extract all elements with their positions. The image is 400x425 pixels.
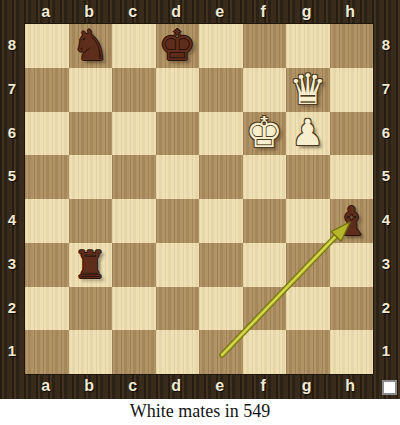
file-label-c: c [111, 376, 155, 395]
square-f7[interactable] [243, 68, 287, 112]
square-f2[interactable] [243, 287, 287, 331]
square-h1[interactable] [330, 330, 374, 374]
square-h8[interactable] [330, 24, 374, 68]
square-b6[interactable] [69, 112, 113, 156]
square-f3[interactable] [243, 243, 287, 287]
square-a3[interactable] [25, 243, 69, 287]
square-c7[interactable] [112, 68, 156, 112]
rank-label-6: 6 [2, 111, 22, 155]
rank-label-6: 6 [376, 111, 396, 155]
file-label-a: a [24, 376, 68, 395]
piece-black-knight[interactable]: ♞ [71, 25, 109, 67]
rank-label-7: 7 [376, 67, 396, 111]
rank-label-1: 1 [2, 329, 22, 373]
square-g5[interactable] [286, 155, 330, 199]
square-h6[interactable] [330, 112, 374, 156]
square-f4[interactable] [243, 199, 287, 243]
square-c4[interactable] [112, 199, 156, 243]
file-label-c: c [111, 2, 155, 21]
file-label-h: h [329, 2, 373, 21]
square-e8[interactable] [199, 24, 243, 68]
rank-label-4: 4 [2, 198, 22, 242]
square-c6[interactable] [112, 112, 156, 156]
square-d8[interactable]: ♚ [156, 24, 200, 68]
file-label-g: g [285, 2, 329, 21]
file-label-a: a [24, 2, 68, 21]
file-labels-bottom: abcdefgh [24, 376, 372, 395]
square-d5[interactable] [156, 155, 200, 199]
piece-white-queen[interactable]: ♛ [289, 69, 327, 111]
file-label-g: g [285, 376, 329, 395]
square-g3[interactable] [286, 243, 330, 287]
square-g2[interactable] [286, 287, 330, 331]
square-b4[interactable] [69, 199, 113, 243]
square-h3[interactable] [330, 243, 374, 287]
square-e1[interactable] [199, 330, 243, 374]
rank-label-7: 7 [2, 67, 22, 111]
square-b1[interactable] [69, 330, 113, 374]
rank-label-5: 5 [376, 154, 396, 198]
square-h4[interactable]: ♝ [330, 199, 374, 243]
rank-label-3: 3 [2, 242, 22, 286]
square-d4[interactable] [156, 199, 200, 243]
file-label-d: d [155, 2, 199, 21]
rank-label-2: 2 [2, 286, 22, 330]
file-label-h: h [329, 376, 373, 395]
file-label-b: b [68, 2, 112, 21]
square-d2[interactable] [156, 287, 200, 331]
file-label-e: e [198, 376, 242, 395]
square-d6[interactable] [156, 112, 200, 156]
squares: ♞♚♛♚♟♝♜ [24, 23, 374, 375]
square-e6[interactable] [199, 112, 243, 156]
square-g6[interactable]: ♟ [286, 112, 330, 156]
square-c2[interactable] [112, 287, 156, 331]
rank-labels-right: 87654321 [376, 23, 396, 373]
square-a6[interactable] [25, 112, 69, 156]
square-a4[interactable] [25, 199, 69, 243]
square-d1[interactable] [156, 330, 200, 374]
square-c5[interactable] [112, 155, 156, 199]
square-d3[interactable] [156, 243, 200, 287]
square-c1[interactable] [112, 330, 156, 374]
square-a5[interactable] [25, 155, 69, 199]
square-e7[interactable] [199, 68, 243, 112]
square-h5[interactable] [330, 155, 374, 199]
rank-label-1: 1 [376, 329, 396, 373]
rank-label-4: 4 [376, 198, 396, 242]
square-b5[interactable] [69, 155, 113, 199]
square-a2[interactable] [25, 287, 69, 331]
square-f8[interactable] [243, 24, 287, 68]
file-labels-top: abcdefgh [24, 2, 372, 21]
square-c3[interactable] [112, 243, 156, 287]
file-label-f: f [242, 376, 286, 395]
square-e2[interactable] [199, 287, 243, 331]
square-f6[interactable]: ♚ [243, 112, 287, 156]
square-e3[interactable] [199, 243, 243, 287]
rank-label-3: 3 [376, 242, 396, 286]
square-a7[interactable] [25, 68, 69, 112]
chess-board: abcdefgh abcdefgh 87654321 87654321 ♞♚♛♚… [0, 0, 400, 399]
square-a1[interactable] [25, 330, 69, 374]
file-label-e: e [198, 2, 242, 21]
piece-black-rook[interactable]: ♜ [73, 246, 107, 284]
piece-black-bishop[interactable]: ♝ [333, 201, 369, 241]
file-label-f: f [242, 2, 286, 21]
square-d7[interactable] [156, 68, 200, 112]
square-b2[interactable] [69, 287, 113, 331]
square-g1[interactable] [286, 330, 330, 374]
square-f1[interactable] [243, 330, 287, 374]
square-b8[interactable]: ♞ [69, 24, 113, 68]
rank-labels-left: 87654321 [2, 23, 22, 373]
rank-label-5: 5 [2, 154, 22, 198]
file-label-b: b [68, 376, 112, 395]
square-c8[interactable] [112, 24, 156, 68]
piece-white-pawn[interactable]: ♟ [292, 115, 324, 151]
file-label-d: d [155, 376, 199, 395]
square-h7[interactable] [330, 68, 374, 112]
square-f5[interactable] [243, 155, 287, 199]
square-b7[interactable] [69, 68, 113, 112]
square-e5[interactable] [199, 155, 243, 199]
piece-black-king[interactable]: ♚ [158, 25, 196, 67]
rank-label-8: 8 [376, 23, 396, 67]
puzzle-caption: White mates in 549 [0, 399, 400, 425]
square-g4[interactable] [286, 199, 330, 243]
piece-white-king[interactable]: ♚ [245, 112, 283, 154]
rank-label-2: 2 [376, 286, 396, 330]
chess-puzzle: abcdefgh abcdefgh 87654321 87654321 ♞♚♛♚… [0, 0, 400, 425]
square-b3[interactable]: ♜ [69, 243, 113, 287]
rank-label-8: 8 [2, 23, 22, 67]
square-e4[interactable] [199, 199, 243, 243]
side-to-move-indicator [382, 380, 397, 395]
square-a8[interactable] [25, 24, 69, 68]
square-g8[interactable] [286, 24, 330, 68]
square-h2[interactable] [330, 287, 374, 331]
square-g7[interactable]: ♛ [286, 68, 330, 112]
